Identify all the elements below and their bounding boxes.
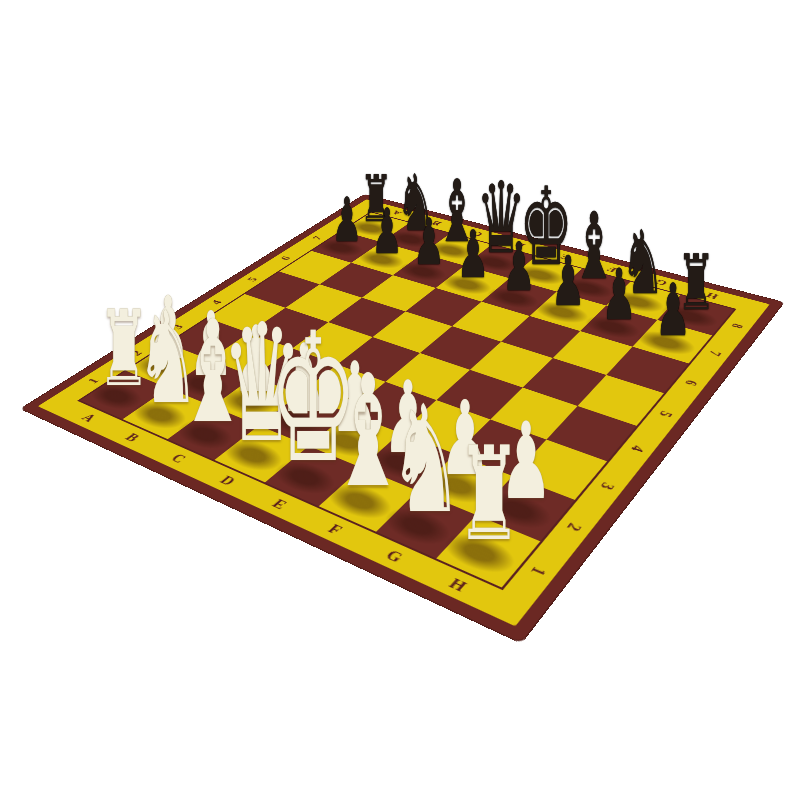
chess-board: ABCDEFGH ABCDEFGH 87654321 87654321 [20, 194, 785, 644]
rank-label-4: 4 [601, 430, 676, 467]
rank-label-5: 5 [630, 397, 702, 431]
rank-label-6: 6 [657, 367, 727, 399]
rank-label-3: 3 [569, 466, 647, 507]
rank-label-2: 2 [534, 505, 615, 550]
photo-canvas: ABCDEFGH ABCDEFGH 87654321 87654321 ♜♞♝♛… [0, 0, 800, 800]
rank-label-1: 1 [497, 547, 582, 597]
